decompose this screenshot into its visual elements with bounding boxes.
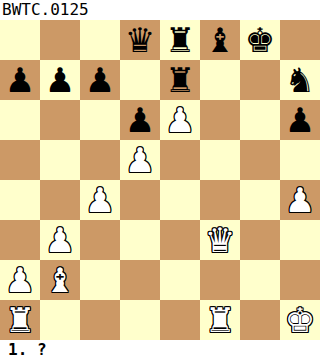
white-bishop-piece[interactable]: ♝ xyxy=(45,260,75,300)
square-b4[interactable] xyxy=(40,180,80,220)
square-d2[interactable] xyxy=(120,260,160,300)
white-queen-piece[interactable]: ♛ xyxy=(205,220,235,260)
square-a3[interactable] xyxy=(0,220,40,260)
square-e5[interactable] xyxy=(160,140,200,180)
square-a7[interactable]: ♟ xyxy=(0,60,40,100)
square-a2[interactable]: ♟ xyxy=(0,260,40,300)
square-b1[interactable] xyxy=(40,300,80,340)
square-h5[interactable] xyxy=(280,140,320,180)
black-pawn-piece[interactable]: ♟ xyxy=(45,60,75,100)
black-queen-piece[interactable]: ♛ xyxy=(125,20,155,60)
square-c8[interactable] xyxy=(80,20,120,60)
black-bishop-piece[interactable]: ♝ xyxy=(205,20,235,60)
square-e7[interactable]: ♜ xyxy=(160,60,200,100)
square-c2[interactable] xyxy=(80,260,120,300)
square-a6[interactable] xyxy=(0,100,40,140)
square-b2[interactable]: ♝ xyxy=(40,260,80,300)
square-g8[interactable]: ♚ xyxy=(240,20,280,60)
white-king-piece[interactable]: ♚ xyxy=(285,300,315,340)
white-rook-piece[interactable]: ♜ xyxy=(5,300,35,340)
square-f8[interactable]: ♝ xyxy=(200,20,240,60)
square-b8[interactable] xyxy=(40,20,80,60)
square-f6[interactable] xyxy=(200,100,240,140)
square-h6[interactable]: ♟ xyxy=(280,100,320,140)
black-king-piece[interactable]: ♚ xyxy=(245,20,275,60)
square-e2[interactable] xyxy=(160,260,200,300)
white-pawn-piece[interactable]: ♟ xyxy=(5,260,35,300)
square-h8[interactable] xyxy=(280,20,320,60)
square-e8[interactable]: ♜ xyxy=(160,20,200,60)
puzzle-title: BWTC.0125 xyxy=(0,0,320,20)
black-pawn-piece[interactable]: ♟ xyxy=(285,100,315,140)
square-c5[interactable] xyxy=(80,140,120,180)
square-g4[interactable] xyxy=(240,180,280,220)
chess-board: ♛♜♝♚♟♟♟♜♞♟♟♟♟♟♟♟♛♟♝♜♜♚ xyxy=(0,20,320,340)
square-f7[interactable] xyxy=(200,60,240,100)
square-c3[interactable] xyxy=(80,220,120,260)
square-f5[interactable] xyxy=(200,140,240,180)
square-e3[interactable] xyxy=(160,220,200,260)
square-a8[interactable] xyxy=(0,20,40,60)
square-a1[interactable]: ♜ xyxy=(0,300,40,340)
square-d5[interactable]: ♟ xyxy=(120,140,160,180)
square-c6[interactable] xyxy=(80,100,120,140)
square-h7[interactable]: ♞ xyxy=(280,60,320,100)
square-c7[interactable]: ♟ xyxy=(80,60,120,100)
square-g2[interactable] xyxy=(240,260,280,300)
square-e4[interactable] xyxy=(160,180,200,220)
white-pawn-piece[interactable]: ♟ xyxy=(45,220,75,260)
square-c4[interactable]: ♟ xyxy=(80,180,120,220)
square-h1[interactable]: ♚ xyxy=(280,300,320,340)
white-pawn-piece[interactable]: ♟ xyxy=(85,180,115,220)
square-g1[interactable] xyxy=(240,300,280,340)
square-g7[interactable] xyxy=(240,60,280,100)
square-f4[interactable] xyxy=(200,180,240,220)
white-rook-piece[interactable]: ♜ xyxy=(205,300,235,340)
square-g3[interactable] xyxy=(240,220,280,260)
black-rook-piece[interactable]: ♜ xyxy=(165,20,195,60)
square-h2[interactable] xyxy=(280,260,320,300)
black-pawn-piece[interactable]: ♟ xyxy=(125,100,155,140)
black-pawn-piece[interactable]: ♟ xyxy=(5,60,35,100)
square-c1[interactable] xyxy=(80,300,120,340)
square-g6[interactable] xyxy=(240,100,280,140)
square-f3[interactable]: ♛ xyxy=(200,220,240,260)
white-pawn-piece[interactable]: ♟ xyxy=(285,180,315,220)
square-g5[interactable] xyxy=(240,140,280,180)
square-d6[interactable]: ♟ xyxy=(120,100,160,140)
square-d3[interactable] xyxy=(120,220,160,260)
square-a5[interactable] xyxy=(0,140,40,180)
square-f1[interactable]: ♜ xyxy=(200,300,240,340)
square-b3[interactable]: ♟ xyxy=(40,220,80,260)
white-pawn-piece[interactable]: ♟ xyxy=(125,140,155,180)
black-knight-piece[interactable]: ♞ xyxy=(285,60,315,100)
square-b6[interactable] xyxy=(40,100,80,140)
square-d1[interactable] xyxy=(120,300,160,340)
square-d4[interactable] xyxy=(120,180,160,220)
square-b7[interactable]: ♟ xyxy=(40,60,80,100)
square-f2[interactable] xyxy=(200,260,240,300)
square-h3[interactable] xyxy=(280,220,320,260)
move-prompt: 1. ? xyxy=(0,340,320,360)
square-d8[interactable]: ♛ xyxy=(120,20,160,60)
square-e1[interactable] xyxy=(160,300,200,340)
black-rook-piece[interactable]: ♜ xyxy=(165,60,195,100)
black-pawn-piece[interactable]: ♟ xyxy=(85,60,115,100)
square-e6[interactable]: ♟ xyxy=(160,100,200,140)
square-a4[interactable] xyxy=(0,180,40,220)
square-d7[interactable] xyxy=(120,60,160,100)
square-h4[interactable]: ♟ xyxy=(280,180,320,220)
square-b5[interactable] xyxy=(40,140,80,180)
white-pawn-piece[interactable]: ♟ xyxy=(165,100,195,140)
